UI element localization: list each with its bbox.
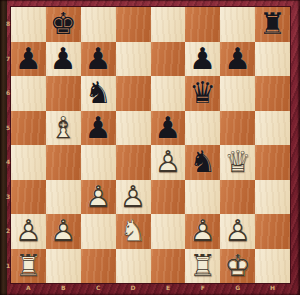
rank-label-1: 1	[5, 249, 11, 284]
white-pawn-g2: ♟♙	[224, 216, 251, 246]
square-c7[interactable]: ♟	[81, 42, 116, 77]
file-label-e: E	[151, 284, 186, 292]
square-f2[interactable]: ♟♙	[185, 214, 220, 249]
square-g3[interactable]	[220, 180, 255, 215]
rank-label-5: 5	[5, 111, 11, 146]
square-a5[interactable]	[11, 111, 46, 146]
square-d8[interactable]	[116, 7, 151, 42]
square-b5[interactable]: ♝♗	[46, 111, 81, 146]
white-pawn-a2: ♟♙	[15, 216, 42, 246]
square-g1[interactable]: ♚♔	[220, 249, 255, 284]
square-a4[interactable]	[11, 145, 46, 180]
file-label-f: F	[185, 284, 220, 292]
square-b4[interactable]	[46, 145, 81, 180]
square-e2[interactable]	[151, 214, 186, 249]
square-c2[interactable]	[81, 214, 116, 249]
square-g8[interactable]	[220, 7, 255, 42]
white-knight-d2: ♞♘	[120, 216, 147, 246]
square-f8[interactable]	[185, 7, 220, 42]
black-pawn-b7: ♟	[50, 44, 77, 74]
black-pawn-c7: ♟	[85, 44, 112, 74]
rank-label-3: 3	[5, 180, 11, 215]
square-f5[interactable]	[185, 111, 220, 146]
square-d3[interactable]: ♟♙	[116, 180, 151, 215]
square-h4[interactable]	[255, 145, 290, 180]
chess-board-frame: ♚♜♟♟♟♟♟♞♛♝♗♟♟♟♙♞♛♕♟♙♟♙♟♙♟♙♞♘♟♙♟♙♜♖♜♖♚♔ 8…	[0, 0, 300, 295]
file-label-c: C	[81, 284, 116, 292]
square-h8[interactable]: ♜	[255, 7, 290, 42]
black-pawn-a7: ♟	[15, 44, 42, 74]
square-g7[interactable]: ♟	[220, 42, 255, 77]
white-pawn-e4: ♟♙	[154, 147, 181, 177]
square-c3[interactable]: ♟♙	[81, 180, 116, 215]
file-labels: ABCDEFGH	[11, 284, 290, 292]
square-c8[interactable]	[81, 7, 116, 42]
square-h6[interactable]	[255, 76, 290, 111]
file-label-b: B	[46, 284, 81, 292]
square-c4[interactable]	[81, 145, 116, 180]
square-d1[interactable]	[116, 249, 151, 284]
square-h7[interactable]	[255, 42, 290, 77]
square-b2[interactable]: ♟♙	[46, 214, 81, 249]
black-pawn-g7: ♟	[224, 44, 251, 74]
square-b1[interactable]	[46, 249, 81, 284]
white-bishop-b5: ♝♗	[50, 113, 77, 143]
chess-board: ♚♜♟♟♟♟♟♞♛♝♗♟♟♟♙♞♛♕♟♙♟♙♟♙♟♙♞♘♟♙♟♙♜♖♜♖♚♔	[11, 7, 290, 283]
white-rook-f1: ♜♖	[189, 251, 216, 281]
white-pawn-d3: ♟♙	[120, 182, 147, 212]
black-pawn-e5: ♟	[154, 113, 181, 143]
square-c5[interactable]: ♟	[81, 111, 116, 146]
square-b6[interactable]	[46, 76, 81, 111]
rank-label-2: 2	[5, 214, 11, 249]
square-c1[interactable]	[81, 249, 116, 284]
square-e4[interactable]: ♟♙	[151, 145, 186, 180]
square-e7[interactable]	[151, 42, 186, 77]
square-h2[interactable]	[255, 214, 290, 249]
square-g6[interactable]	[220, 76, 255, 111]
rank-label-7: 7	[5, 42, 11, 77]
square-f3[interactable]	[185, 180, 220, 215]
white-king-g1: ♚♔	[224, 251, 251, 281]
rank-labels: 87654321	[5, 7, 11, 283]
white-pawn-c3: ♟♙	[85, 182, 112, 212]
square-d7[interactable]	[116, 42, 151, 77]
square-e6[interactable]	[151, 76, 186, 111]
square-f7[interactable]: ♟	[185, 42, 220, 77]
black-rook-h8: ♜	[259, 9, 286, 39]
square-b3[interactable]	[46, 180, 81, 215]
square-d4[interactable]	[116, 145, 151, 180]
square-h1[interactable]	[255, 249, 290, 284]
black-queen-f6: ♛	[189, 78, 216, 108]
file-label-a: A	[11, 284, 46, 292]
square-b7[interactable]: ♟	[46, 42, 81, 77]
black-knight-f4: ♞	[189, 147, 216, 177]
square-f4[interactable]: ♞	[185, 145, 220, 180]
square-e5[interactable]: ♟	[151, 111, 186, 146]
square-h5[interactable]	[255, 111, 290, 146]
white-rook-a1: ♜♖	[15, 251, 42, 281]
file-label-h: H	[255, 284, 290, 292]
file-label-g: G	[220, 284, 255, 292]
square-f1[interactable]: ♜♖	[185, 249, 220, 284]
square-g5[interactable]	[220, 111, 255, 146]
rank-label-6: 6	[5, 76, 11, 111]
square-a8[interactable]	[11, 7, 46, 42]
square-c6[interactable]: ♞	[81, 76, 116, 111]
square-a6[interactable]	[11, 76, 46, 111]
white-pawn-f2: ♟♙	[189, 216, 216, 246]
square-a3[interactable]	[11, 180, 46, 215]
square-d2[interactable]: ♞♘	[116, 214, 151, 249]
rank-label-4: 4	[5, 145, 11, 180]
square-d6[interactable]	[116, 76, 151, 111]
rank-label-8: 8	[5, 7, 11, 42]
square-a2[interactable]: ♟♙	[11, 214, 46, 249]
square-f6[interactable]: ♛	[185, 76, 220, 111]
black-king-b8: ♚	[50, 9, 77, 39]
square-d5[interactable]	[116, 111, 151, 146]
black-pawn-f7: ♟	[189, 44, 216, 74]
square-e8[interactable]	[151, 7, 186, 42]
square-a1[interactable]: ♜♖	[11, 249, 46, 284]
black-pawn-c5: ♟	[85, 113, 112, 143]
square-b8[interactable]: ♚	[46, 7, 81, 42]
black-knight-c6: ♞	[85, 78, 112, 108]
square-g4[interactable]: ♛♕	[220, 145, 255, 180]
square-g2[interactable]: ♟♙	[220, 214, 255, 249]
square-h3[interactable]	[255, 180, 290, 215]
square-e1[interactable]	[151, 249, 186, 284]
square-a7[interactable]: ♟	[11, 42, 46, 77]
square-e3[interactable]	[151, 180, 186, 215]
file-label-d: D	[116, 284, 151, 292]
white-pawn-b2: ♟♙	[50, 216, 77, 246]
white-queen-g4: ♛♕	[224, 147, 251, 177]
